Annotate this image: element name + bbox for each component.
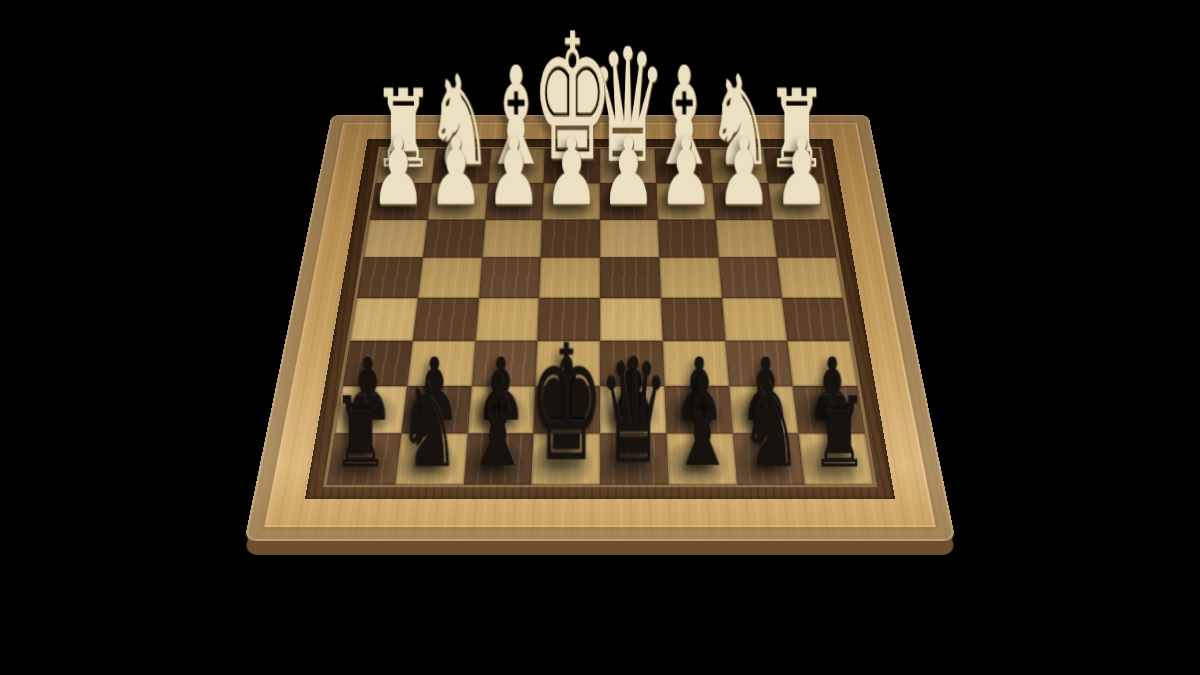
piece-white-pawn[interactable]: ♟	[429, 126, 484, 220]
square-d8[interactable]: ♛	[600, 434, 668, 485]
piece-white-pawn[interactable]: ♟	[774, 126, 829, 220]
square-d2[interactable]: ♟	[600, 183, 658, 219]
square-h2[interactable]: ♟	[370, 183, 432, 219]
square-f3[interactable]	[482, 219, 543, 257]
square-g3[interactable]	[423, 219, 485, 257]
square-d4[interactable]	[600, 258, 661, 298]
square-a2[interactable]: ♟	[768, 183, 830, 219]
square-h3[interactable]	[364, 219, 428, 257]
square-c5[interactable]	[661, 298, 725, 341]
piece-black-bishop[interactable]: ♝	[671, 359, 734, 484]
square-e4[interactable]	[539, 258, 600, 298]
board-frame: ♜♞♝♚♛♝♞♜♟♟♟♟♟♟♟♟♟♟♟♟♟♟♟♟♜♞♝♚♛♝♞♜	[244, 115, 956, 541]
square-a4[interactable]	[777, 258, 843, 298]
square-c4[interactable]	[659, 258, 721, 298]
piece-black-queen[interactable]: ♛	[599, 340, 670, 485]
square-h5[interactable]	[350, 298, 418, 341]
square-g8[interactable]: ♞	[395, 434, 467, 485]
square-b8[interactable]: ♞	[733, 434, 805, 485]
piece-white-pawn[interactable]: ♟	[659, 126, 714, 220]
square-a3[interactable]	[773, 219, 837, 257]
square-h4[interactable]	[357, 258, 423, 298]
square-a8[interactable]: ♜	[799, 434, 874, 485]
square-c8[interactable]: ♝	[666, 434, 736, 485]
square-d3[interactable]	[600, 219, 659, 257]
square-b4[interactable]	[718, 258, 782, 298]
square-b5[interactable]	[722, 298, 788, 341]
piece-black-king[interactable]: ♚	[528, 325, 603, 485]
photo-scene: ♜♞♝♚♛♝♞♜♟♟♟♟♟♟♟♟♟♟♟♟♟♟♟♟♜♞♝♚♛♝♞♜	[0, 0, 1200, 675]
chess-board: ♜♞♝♚♛♝♞♜♟♟♟♟♟♟♟♟♟♟♟♟♟♟♟♟♜♞♝♚♛♝♞♜	[244, 115, 956, 541]
piece-black-rook[interactable]: ♜	[811, 385, 868, 483]
square-e3[interactable]	[541, 219, 600, 257]
square-e2[interactable]: ♟	[542, 183, 600, 219]
square-f2[interactable]: ♟	[485, 183, 544, 219]
piece-black-knight[interactable]: ♞	[740, 369, 802, 484]
square-f4[interactable]	[479, 258, 541, 298]
square-g5[interactable]	[413, 298, 479, 341]
board-grid: ♜♞♝♚♛♝♞♜♟♟♟♟♟♟♟♟♟♟♟♟♟♟♟♟♜♞♝♚♛♝♞♜	[327, 149, 874, 485]
square-b3[interactable]	[715, 219, 777, 257]
square-f8[interactable]: ♝	[463, 434, 533, 485]
square-c3[interactable]	[658, 219, 719, 257]
piece-black-bishop[interactable]: ♝	[466, 359, 529, 484]
square-b2[interactable]: ♟	[712, 183, 773, 219]
piece-black-knight[interactable]: ♞	[398, 369, 460, 484]
piece-white-pawn[interactable]: ♟	[601, 126, 656, 220]
piece-white-pawn[interactable]: ♟	[371, 126, 426, 220]
piece-white-pawn[interactable]: ♟	[716, 126, 771, 220]
piece-white-pawn[interactable]: ♟	[486, 126, 541, 220]
board-inner-border: ♜♞♝♚♛♝♞♜♟♟♟♟♟♟♟♟♟♟♟♟♟♟♟♟♜♞♝♚♛♝♞♜	[305, 139, 895, 499]
piece-black-rook[interactable]: ♜	[333, 385, 390, 483]
piece-white-pawn[interactable]: ♟	[544, 126, 599, 220]
square-h8[interactable]: ♜	[327, 434, 402, 485]
square-g4[interactable]	[418, 258, 482, 298]
square-a5[interactable]	[782, 298, 850, 341]
square-g2[interactable]: ♟	[427, 183, 488, 219]
square-e8[interactable]: ♚	[532, 434, 600, 485]
square-c2[interactable]: ♟	[656, 183, 715, 219]
